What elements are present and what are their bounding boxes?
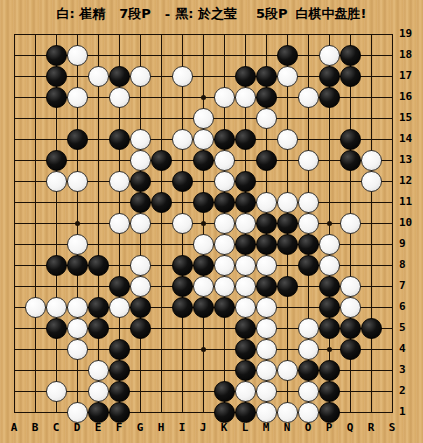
row-label-14: 14 bbox=[399, 132, 423, 145]
white-stone-D12: ○ bbox=[67, 171, 88, 192]
white-stone-N1: ○ bbox=[277, 402, 298, 423]
white-stone-O5: ○ bbox=[298, 318, 319, 339]
white-stone-J15: ○ bbox=[193, 108, 214, 129]
black-stone-Q5: ● bbox=[340, 318, 361, 339]
column-label-S: S bbox=[382, 421, 402, 434]
white-stone-F16: ○ bbox=[109, 87, 130, 108]
black-stone-F3: ● bbox=[109, 360, 130, 381]
white-stone-M3: ○ bbox=[256, 360, 277, 381]
black-stone-F14: ● bbox=[109, 129, 130, 150]
black-stone-M7: ● bbox=[256, 276, 277, 297]
column-label-G: G bbox=[130, 421, 150, 434]
white-stone-M5: ○ bbox=[256, 318, 277, 339]
black-stone-F1: ● bbox=[109, 402, 130, 423]
white-stone-D18: ○ bbox=[67, 45, 88, 66]
white-stone-P8: ○ bbox=[319, 255, 340, 276]
black-stone-C8: ● bbox=[46, 255, 67, 276]
white-stone-F12: ○ bbox=[109, 171, 130, 192]
white-stone-O10: ○ bbox=[298, 213, 319, 234]
black-stone-N7: ● bbox=[277, 276, 298, 297]
black-stone-F2: ● bbox=[109, 381, 130, 402]
black-stone-L12: ● bbox=[235, 171, 256, 192]
black-stone-F7: ● bbox=[109, 276, 130, 297]
white-stone-K10: ○ bbox=[214, 213, 235, 234]
black-stone-L14: ● bbox=[235, 129, 256, 150]
white-stone-G10: ○ bbox=[130, 213, 151, 234]
column-label-L: L bbox=[235, 421, 255, 434]
column-label-O: O bbox=[298, 421, 318, 434]
black-stone-E6: ● bbox=[88, 297, 109, 318]
row-label-4: 4 bbox=[399, 342, 423, 355]
column-label-B: B bbox=[25, 421, 45, 434]
row-label-15: 15 bbox=[399, 111, 423, 124]
white-stone-K9: ○ bbox=[214, 234, 235, 255]
black-stone-I6: ● bbox=[172, 297, 193, 318]
black-stone-C16: ● bbox=[46, 87, 67, 108]
black-stone-M10: ● bbox=[256, 213, 277, 234]
row-label-5: 5 bbox=[399, 321, 423, 334]
white-stone-Q10: ○ bbox=[340, 213, 361, 234]
column-label-P: P bbox=[319, 421, 339, 434]
white-stone-M15: ○ bbox=[256, 108, 277, 129]
white-stone-N3: ○ bbox=[277, 360, 298, 381]
white-stone-K7: ○ bbox=[214, 276, 235, 297]
grid-line-vertical bbox=[371, 34, 372, 413]
black-stone-C5: ● bbox=[46, 318, 67, 339]
black-stone-J13: ● bbox=[193, 150, 214, 171]
column-label-I: I bbox=[172, 421, 192, 434]
black-stone-L11: ● bbox=[235, 192, 256, 213]
hoshi-point bbox=[201, 347, 206, 352]
white-stone-L7: ○ bbox=[235, 276, 256, 297]
black-stone-I7: ● bbox=[172, 276, 193, 297]
black-stone-F4: ● bbox=[109, 339, 130, 360]
black-stone-E8: ● bbox=[88, 255, 109, 276]
black-stone-J6: ● bbox=[193, 297, 214, 318]
white-stone-K16: ○ bbox=[214, 87, 235, 108]
white-stone-D9: ○ bbox=[67, 234, 88, 255]
white-stone-O11: ○ bbox=[298, 192, 319, 213]
black-stone-M17: ● bbox=[256, 66, 277, 87]
hoshi-point bbox=[201, 95, 206, 100]
white-stone-G17: ○ bbox=[130, 66, 151, 87]
white-stone-L2: ○ bbox=[235, 381, 256, 402]
white-stone-J9: ○ bbox=[193, 234, 214, 255]
white-stone-C2: ○ bbox=[46, 381, 67, 402]
black-stone-Q13: ● bbox=[340, 150, 361, 171]
white-stone-D4: ○ bbox=[67, 339, 88, 360]
white-stone-O4: ○ bbox=[298, 339, 319, 360]
black-stone-N10: ● bbox=[277, 213, 298, 234]
row-label-11: 11 bbox=[399, 195, 423, 208]
row-label-12: 12 bbox=[399, 174, 423, 187]
column-label-N: N bbox=[277, 421, 297, 434]
column-label-F: F bbox=[109, 421, 129, 434]
black-stone-M13: ● bbox=[256, 150, 277, 171]
column-label-C: C bbox=[46, 421, 66, 434]
black-stone-P7: ● bbox=[319, 276, 340, 297]
black-stone-Q4: ● bbox=[340, 339, 361, 360]
white-stone-G7: ○ bbox=[130, 276, 151, 297]
black-stone-I12: ● bbox=[172, 171, 193, 192]
black-stone-L5: ● bbox=[235, 318, 256, 339]
white-stone-N17: ○ bbox=[277, 66, 298, 87]
white-stone-O1: ○ bbox=[298, 402, 319, 423]
white-stone-K12: ○ bbox=[214, 171, 235, 192]
column-label-M: M bbox=[256, 421, 276, 434]
white-stone-D1: ○ bbox=[67, 402, 88, 423]
row-label-1: 1 bbox=[399, 405, 423, 418]
hoshi-point bbox=[201, 221, 206, 226]
black-stone-P6: ● bbox=[319, 297, 340, 318]
column-label-H: H bbox=[151, 421, 171, 434]
black-stone-C13: ● bbox=[46, 150, 67, 171]
white-stone-Q6: ○ bbox=[340, 297, 361, 318]
black-stone-H13: ● bbox=[151, 150, 172, 171]
column-label-A: A bbox=[4, 421, 24, 434]
black-stone-G11: ● bbox=[130, 192, 151, 213]
grid-line-vertical bbox=[392, 34, 393, 413]
column-label-Q: Q bbox=[340, 421, 360, 434]
white-stone-M2: ○ bbox=[256, 381, 277, 402]
black-stone-C18: ● bbox=[46, 45, 67, 66]
white-stone-P9: ○ bbox=[319, 234, 340, 255]
black-stone-K1: ● bbox=[214, 402, 235, 423]
white-stone-K13: ○ bbox=[214, 150, 235, 171]
black-stone-J11: ● bbox=[193, 192, 214, 213]
row-label-18: 18 bbox=[399, 48, 423, 61]
black-stone-L17: ● bbox=[235, 66, 256, 87]
white-stone-L10: ○ bbox=[235, 213, 256, 234]
white-stone-I10: ○ bbox=[172, 213, 193, 234]
hoshi-point bbox=[75, 221, 80, 226]
white-stone-E2: ○ bbox=[88, 381, 109, 402]
black-stone-O8: ● bbox=[298, 255, 319, 276]
hoshi-point bbox=[327, 347, 332, 352]
black-stone-K14: ● bbox=[214, 129, 235, 150]
black-stone-G5: ● bbox=[130, 318, 151, 339]
black-stone-K2: ● bbox=[214, 381, 235, 402]
black-stone-R5: ● bbox=[361, 318, 382, 339]
row-label-19: 19 bbox=[399, 27, 423, 40]
white-stone-P18: ○ bbox=[319, 45, 340, 66]
black-stone-L1: ● bbox=[235, 402, 256, 423]
black-stone-Q18: ● bbox=[340, 45, 361, 66]
row-label-17: 17 bbox=[399, 69, 423, 82]
black-stone-P3: ● bbox=[319, 360, 340, 381]
white-stone-L6: ○ bbox=[235, 297, 256, 318]
black-stone-E1: ● bbox=[88, 402, 109, 423]
column-label-K: K bbox=[214, 421, 234, 434]
white-stone-D6: ○ bbox=[67, 297, 88, 318]
black-stone-P16: ● bbox=[319, 87, 340, 108]
black-stone-H11: ● bbox=[151, 192, 172, 213]
black-stone-O9: ● bbox=[298, 234, 319, 255]
white-stone-B6: ○ bbox=[25, 297, 46, 318]
white-stone-C6: ○ bbox=[46, 297, 67, 318]
row-label-3: 3 bbox=[399, 363, 423, 376]
row-label-8: 8 bbox=[399, 258, 423, 271]
row-label-6: 6 bbox=[399, 300, 423, 313]
white-stone-O16: ○ bbox=[298, 87, 319, 108]
black-stone-D8: ● bbox=[67, 255, 88, 276]
white-stone-M1: ○ bbox=[256, 402, 277, 423]
row-label-13: 13 bbox=[399, 153, 423, 166]
white-stone-C12: ○ bbox=[46, 171, 67, 192]
go-board[interactable]: ●○●○●●○●○○●●○●●●○○○○●○●○○●●○○○●●○●●○●●○●… bbox=[0, 0, 423, 443]
black-stone-K6: ● bbox=[214, 297, 235, 318]
black-stone-G6: ● bbox=[130, 297, 151, 318]
black-stone-N18: ● bbox=[277, 45, 298, 66]
black-stone-M9: ● bbox=[256, 234, 277, 255]
black-stone-G12: ● bbox=[130, 171, 151, 192]
row-label-16: 16 bbox=[399, 90, 423, 103]
white-stone-D5: ○ bbox=[67, 318, 88, 339]
white-stone-E17: ○ bbox=[88, 66, 109, 87]
black-stone-P5: ● bbox=[319, 318, 340, 339]
white-stone-N11: ○ bbox=[277, 192, 298, 213]
white-stone-I17: ○ bbox=[172, 66, 193, 87]
black-stone-F17: ● bbox=[109, 66, 130, 87]
black-stone-P17: ● bbox=[319, 66, 340, 87]
row-label-7: 7 bbox=[399, 279, 423, 292]
white-stone-M6: ○ bbox=[256, 297, 277, 318]
white-stone-R13: ○ bbox=[361, 150, 382, 171]
white-stone-I14: ○ bbox=[172, 129, 193, 150]
white-stone-F6: ○ bbox=[109, 297, 130, 318]
row-label-2: 2 bbox=[399, 384, 423, 397]
white-stone-G13: ○ bbox=[130, 150, 151, 171]
column-label-R: R bbox=[361, 421, 381, 434]
black-stone-E5: ● bbox=[88, 318, 109, 339]
white-stone-J14: ○ bbox=[193, 129, 214, 150]
white-stone-G8: ○ bbox=[130, 255, 151, 276]
white-stone-M4: ○ bbox=[256, 339, 277, 360]
column-label-J: J bbox=[193, 421, 213, 434]
white-stone-M11: ○ bbox=[256, 192, 277, 213]
white-stone-E3: ○ bbox=[88, 360, 109, 381]
black-stone-D14: ● bbox=[67, 129, 88, 150]
white-stone-G14: ○ bbox=[130, 129, 151, 150]
white-stone-O2: ○ bbox=[298, 381, 319, 402]
white-stone-Q7: ○ bbox=[340, 276, 361, 297]
white-stone-L8: ○ bbox=[235, 255, 256, 276]
black-stone-J8: ● bbox=[193, 255, 214, 276]
white-stone-N14: ○ bbox=[277, 129, 298, 150]
white-stone-L16: ○ bbox=[235, 87, 256, 108]
white-stone-O13: ○ bbox=[298, 150, 319, 171]
white-stone-J7: ○ bbox=[193, 276, 214, 297]
white-stone-D16: ○ bbox=[67, 87, 88, 108]
black-stone-C17: ● bbox=[46, 66, 67, 87]
black-stone-I8: ● bbox=[172, 255, 193, 276]
row-label-10: 10 bbox=[399, 216, 423, 229]
row-label-9: 9 bbox=[399, 237, 423, 250]
black-stone-L9: ● bbox=[235, 234, 256, 255]
black-stone-P2: ● bbox=[319, 381, 340, 402]
column-label-D: D bbox=[67, 421, 87, 434]
column-label-E: E bbox=[88, 421, 108, 434]
hoshi-point bbox=[327, 221, 332, 226]
black-stone-P1: ● bbox=[319, 402, 340, 423]
black-stone-K11: ● bbox=[214, 192, 235, 213]
black-stone-Q17: ● bbox=[340, 66, 361, 87]
black-stone-N9: ● bbox=[277, 234, 298, 255]
white-stone-F10: ○ bbox=[109, 213, 130, 234]
white-stone-M8: ○ bbox=[256, 255, 277, 276]
black-stone-O3: ● bbox=[298, 360, 319, 381]
white-stone-R12: ○ bbox=[361, 171, 382, 192]
black-stone-Q14: ● bbox=[340, 129, 361, 150]
white-stone-K8: ○ bbox=[214, 255, 235, 276]
black-stone-M16: ● bbox=[256, 87, 277, 108]
black-stone-L3: ● bbox=[235, 360, 256, 381]
black-stone-L4: ● bbox=[235, 339, 256, 360]
